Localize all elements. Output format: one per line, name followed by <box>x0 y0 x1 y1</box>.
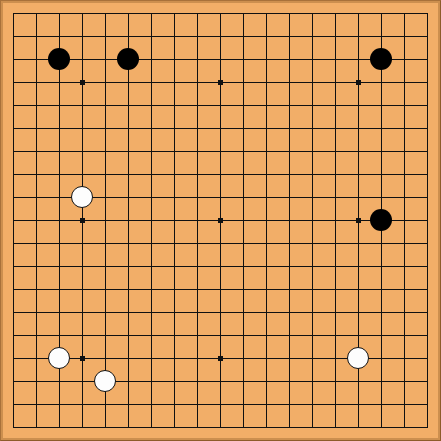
star-point <box>356 80 361 85</box>
star-point <box>356 218 361 223</box>
star-point <box>80 218 85 223</box>
black-stone-R17 <box>370 48 392 70</box>
go-board-surface <box>3 3 438 438</box>
white-stone-D11 <box>71 186 93 208</box>
stones-layer <box>2 2 439 439</box>
black-stone-F17 <box>117 48 139 70</box>
star-point <box>218 80 223 85</box>
star-point <box>218 356 223 361</box>
white-stone-Q4 <box>347 347 369 369</box>
star-point <box>80 356 85 361</box>
star-point <box>218 218 223 223</box>
go-board <box>0 0 441 441</box>
white-stone-C4 <box>48 347 70 369</box>
star-point <box>80 80 85 85</box>
black-stone-C17 <box>48 48 70 70</box>
black-stone-R10 <box>370 209 392 231</box>
white-stone-E3 <box>94 370 116 392</box>
